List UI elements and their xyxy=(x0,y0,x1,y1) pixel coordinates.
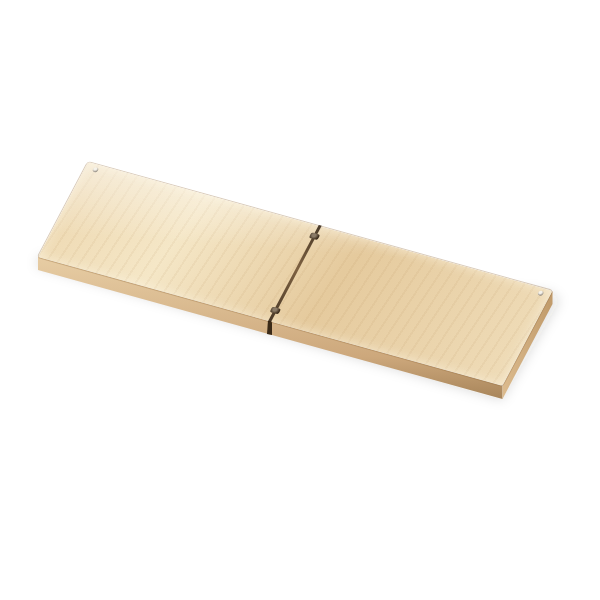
corner-screw-icon xyxy=(537,290,544,296)
scene xyxy=(0,0,600,600)
corner-screw-icon xyxy=(92,167,99,173)
